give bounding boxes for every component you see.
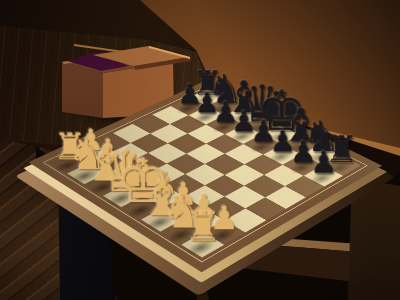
chess-photo-scene: ♜♟♟♜♞♟♟♞♝♟♟♝♛♟♟♛♚♟♟♚♝♟♟♝♞♟♟♞♜♟♟♜ [0,0,400,300]
board-squares: ♜♟♟♜♞♟♟♞♝♟♟♝♛♟♟♛♚♟♟♚♝♟♟♝♞♟♟♞♜♟♟♜ [50,89,361,258]
chessboard: ♜♟♟♜♞♟♟♞♝♟♟♝♛♟♟♛♚♟♟♚♝♟♟♝♞♟♟♞♜♟♟♜ [29,80,383,272]
square-h1[interactable]: ♜ [181,232,224,257]
board-3d-scene: ♜♟♟♜♞♟♟♞♝♟♟♝♛♟♟♛♚♟♟♚♝♟♟♝♞♟♟♞♜♟♟♜ [0,0,400,300]
